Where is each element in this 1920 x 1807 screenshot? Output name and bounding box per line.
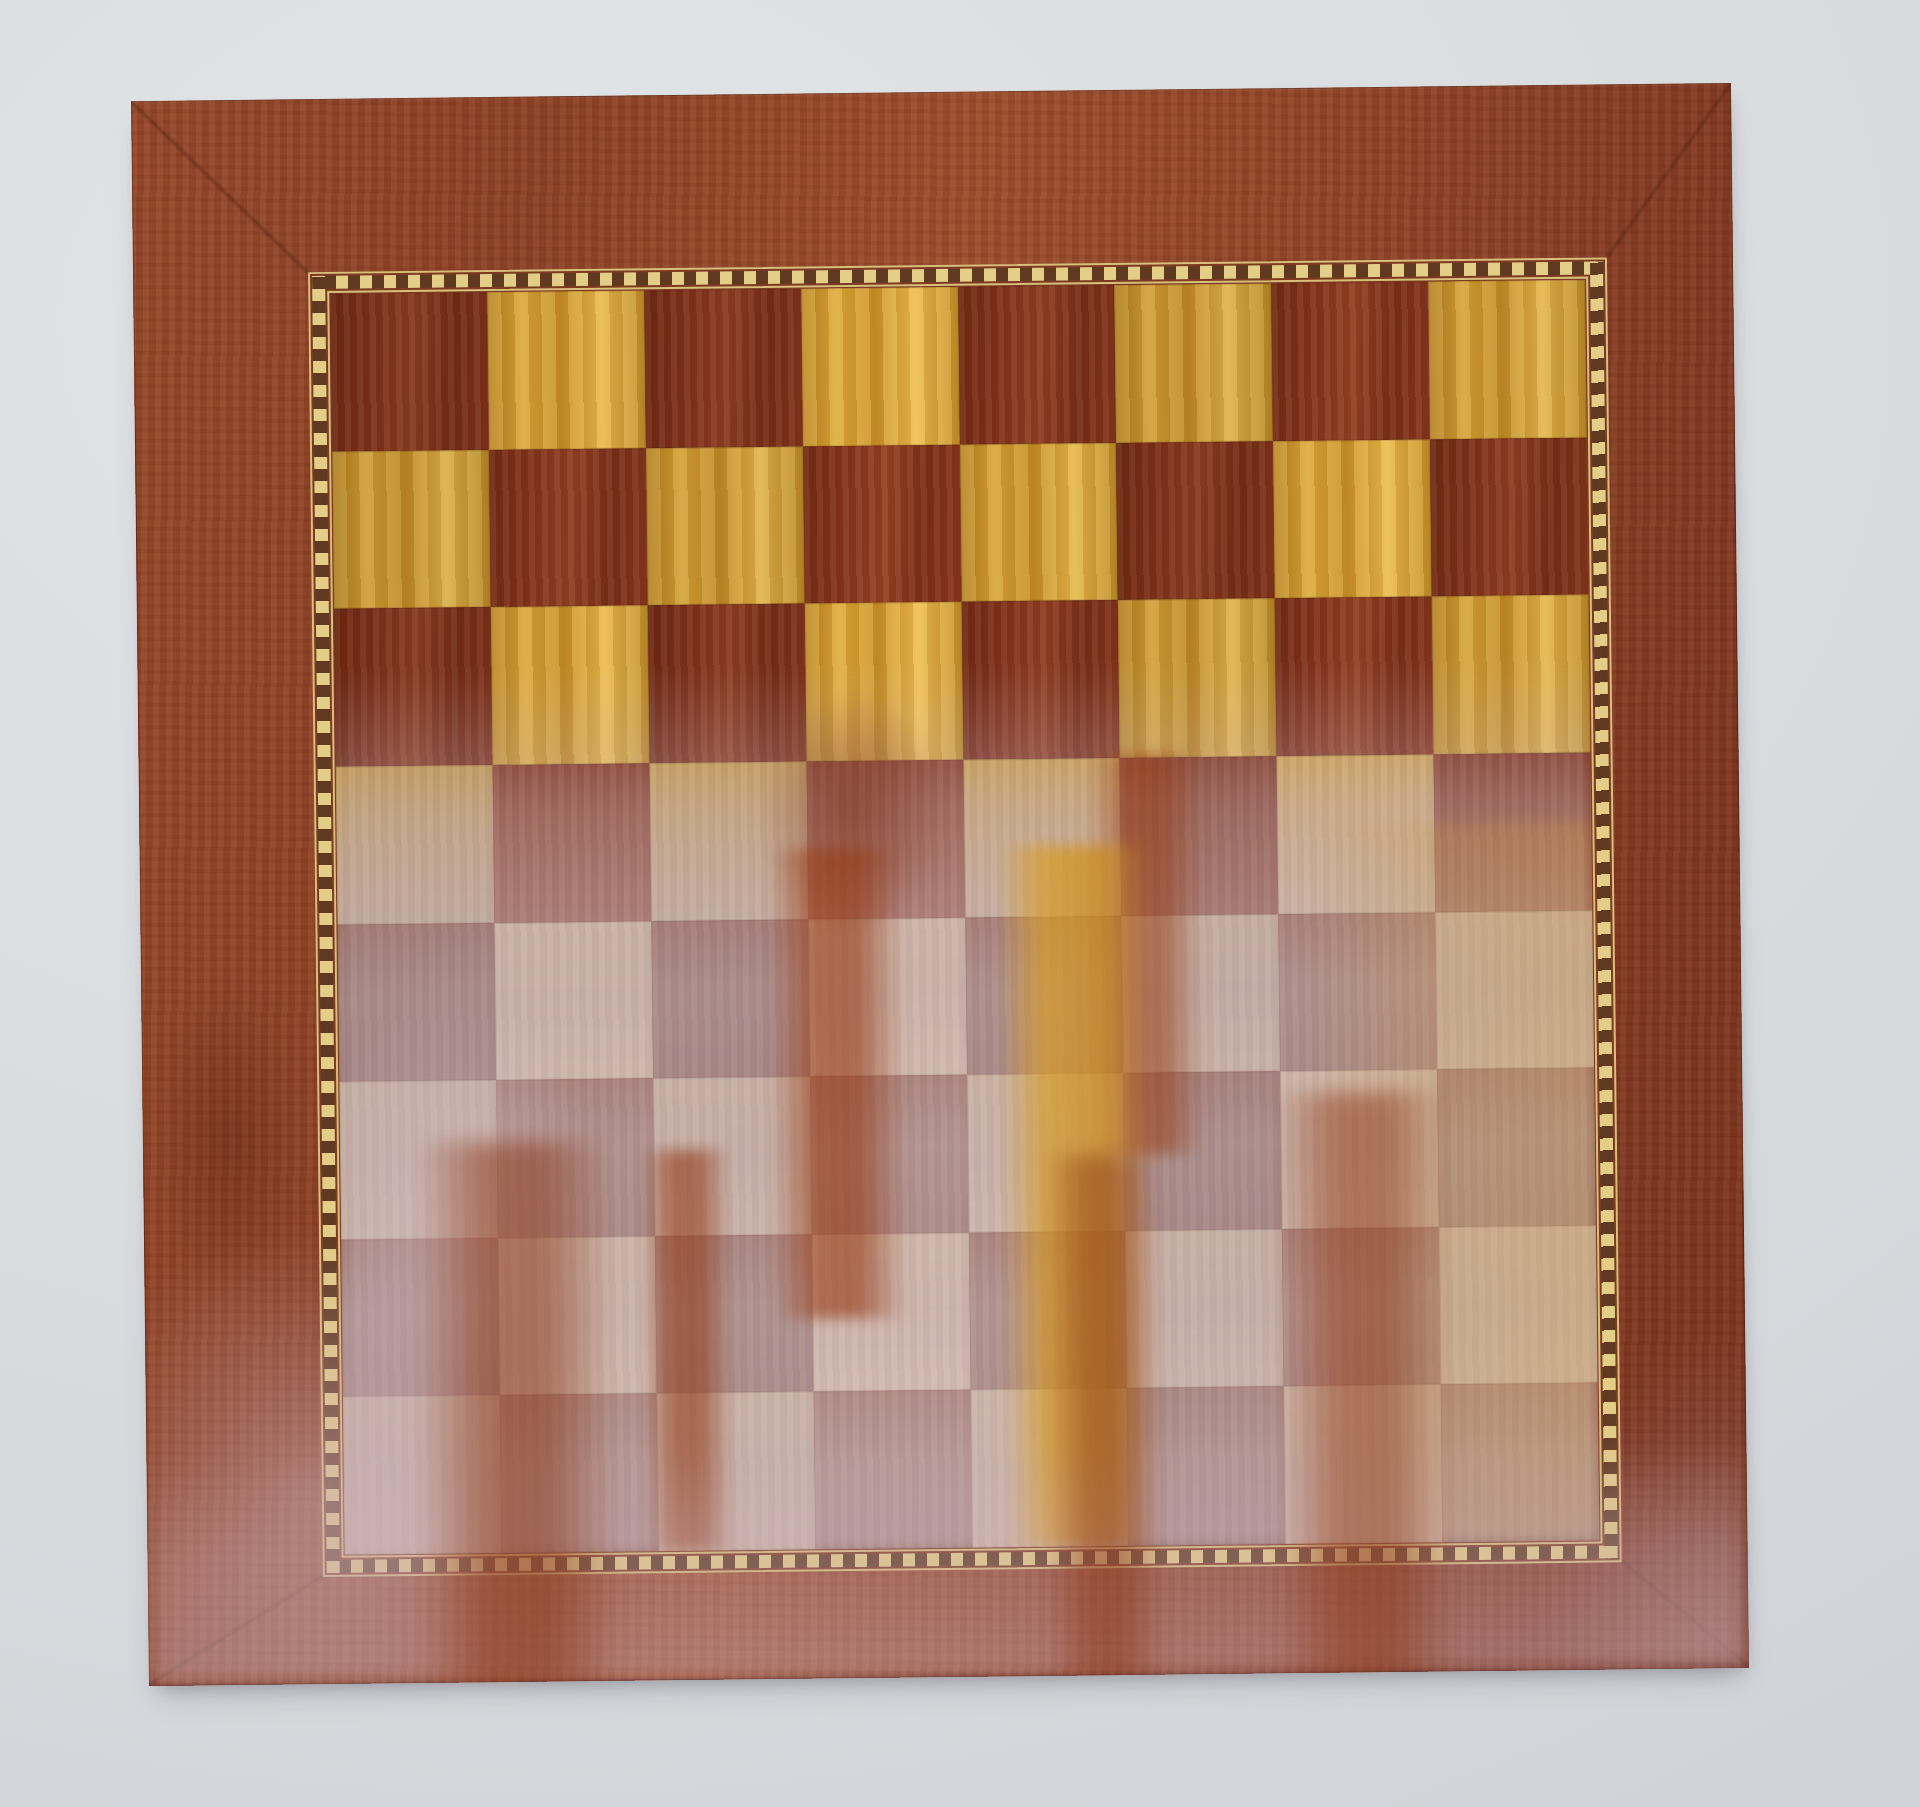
- square-d7: [803, 444, 962, 603]
- square-g5: [1277, 754, 1436, 913]
- square-a1: [343, 1395, 502, 1554]
- photo-background: [0, 0, 1920, 1807]
- square-b2: [498, 1236, 657, 1395]
- square-f3: [1124, 1071, 1283, 1230]
- square-e7: [960, 443, 1119, 602]
- square-b8: [487, 290, 646, 449]
- square-a7: [332, 450, 491, 609]
- square-e6: [961, 600, 1120, 759]
- square-h4: [1435, 910, 1594, 1069]
- square-f8: [1115, 283, 1274, 442]
- square-a4: [337, 923, 496, 1082]
- square-h3: [1437, 1068, 1596, 1227]
- square-h2: [1439, 1225, 1598, 1384]
- square-d1: [813, 1390, 972, 1549]
- square-f7: [1116, 441, 1275, 600]
- square-g6: [1275, 597, 1434, 756]
- square-c7: [646, 446, 805, 605]
- square-f4: [1122, 914, 1281, 1073]
- square-a6: [334, 607, 493, 766]
- square-b4: [494, 921, 653, 1080]
- square-c5: [649, 761, 808, 920]
- square-c3: [653, 1077, 812, 1236]
- square-c8: [644, 289, 803, 448]
- square-b1: [500, 1394, 659, 1553]
- square-d8: [801, 287, 960, 446]
- frame-miter-joint-bottom-right: [1621, 1560, 1749, 1668]
- square-g1: [1284, 1385, 1443, 1544]
- square-f2: [1125, 1229, 1284, 1388]
- square-h8: [1428, 280, 1587, 439]
- square-h7: [1430, 437, 1589, 596]
- chessboard: [131, 83, 1749, 1686]
- square-g2: [1282, 1227, 1441, 1386]
- square-e2: [968, 1231, 1127, 1390]
- square-d4: [808, 917, 967, 1076]
- square-d2: [812, 1232, 971, 1391]
- square-e5: [963, 758, 1122, 917]
- square-c1: [657, 1392, 816, 1551]
- square-d3: [810, 1075, 969, 1234]
- frame-miter-joint-top-left: [131, 101, 309, 274]
- square-a2: [341, 1238, 500, 1397]
- square-b3: [496, 1078, 655, 1237]
- square-c4: [651, 919, 810, 1078]
- square-f6: [1118, 598, 1277, 757]
- square-f1: [1127, 1387, 1286, 1546]
- frame-miter-joint-top-right: [1606, 83, 1733, 259]
- square-a3: [339, 1080, 498, 1239]
- playing-field: [330, 280, 1599, 1555]
- square-c2: [655, 1234, 814, 1393]
- square-e8: [958, 285, 1117, 444]
- square-g7: [1273, 439, 1432, 598]
- square-c6: [648, 604, 807, 763]
- squares-grid: [330, 280, 1599, 1555]
- square-f5: [1120, 756, 1279, 915]
- square-d5: [806, 760, 965, 919]
- square-a5: [336, 765, 495, 924]
- square-e3: [967, 1073, 1126, 1232]
- frame-miter-joint-bottom-left: [148, 1574, 323, 1685]
- inlay-border: [308, 257, 1622, 1577]
- square-g3: [1280, 1069, 1439, 1228]
- square-h5: [1434, 752, 1593, 911]
- square-b5: [492, 763, 651, 922]
- square-e4: [965, 915, 1124, 1074]
- square-a8: [330, 292, 489, 451]
- square-e1: [970, 1388, 1129, 1547]
- square-h1: [1441, 1383, 1600, 1542]
- square-b7: [489, 448, 648, 607]
- square-g8: [1271, 281, 1430, 440]
- square-h6: [1432, 595, 1591, 754]
- square-b6: [491, 606, 650, 765]
- square-g4: [1279, 912, 1438, 1071]
- square-d6: [804, 602, 963, 761]
